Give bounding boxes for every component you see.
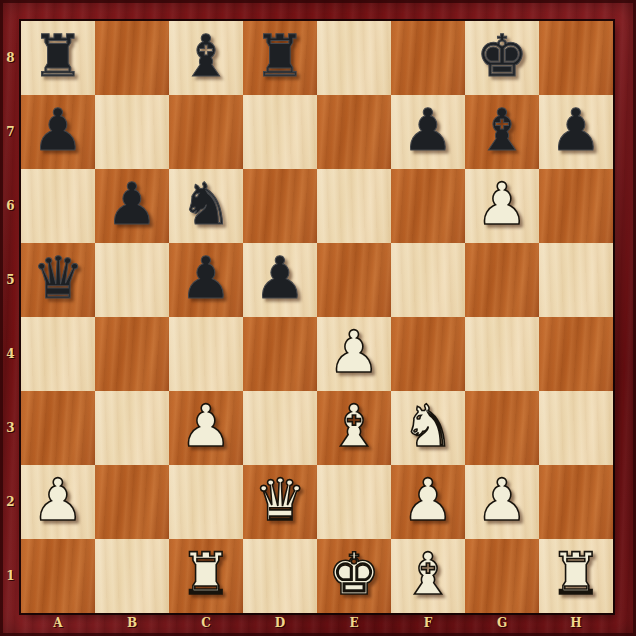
- file-label-a: A: [21, 613, 95, 636]
- square-d7[interactable]: [243, 95, 317, 169]
- square-c6[interactable]: ♞: [169, 169, 243, 243]
- piece-black-rook-d8[interactable]: ♜: [254, 19, 306, 93]
- square-b7[interactable]: [95, 95, 169, 169]
- square-f3[interactable]: ♞: [391, 391, 465, 465]
- piece-white-king-e1[interactable]: ♚: [328, 537, 380, 611]
- rank-label-6: 6: [0, 169, 21, 243]
- file-label-c: C: [169, 613, 243, 636]
- square-h1[interactable]: ♜: [539, 539, 613, 613]
- square-d2[interactable]: ♛: [243, 465, 317, 539]
- square-h5[interactable]: [539, 243, 613, 317]
- square-d3[interactable]: [243, 391, 317, 465]
- square-g7[interactable]: ♝: [465, 95, 539, 169]
- piece-black-pawn-c5[interactable]: ♟: [180, 241, 232, 315]
- chessboard-frame: ♜♝♜♚♟♟♝♟♟♞♟♛♟♟♟♟♝♞♟♛♟♟♜♚♝♜ 87654321ABCDE…: [0, 0, 636, 636]
- square-f6[interactable]: [391, 169, 465, 243]
- piece-black-pawn-a7[interactable]: ♟: [32, 93, 84, 167]
- square-h7[interactable]: ♟: [539, 95, 613, 169]
- piece-black-pawn-h7[interactable]: ♟: [550, 93, 602, 167]
- piece-black-pawn-b6[interactable]: ♟: [106, 167, 158, 241]
- rank-label-7: 7: [0, 95, 21, 169]
- rank-label-1: 1: [0, 539, 21, 613]
- piece-white-pawn-g2[interactable]: ♟: [476, 463, 528, 537]
- rank-label-5: 5: [0, 243, 21, 317]
- square-a6[interactable]: [21, 169, 95, 243]
- square-e5[interactable]: [317, 243, 391, 317]
- square-e2[interactable]: [317, 465, 391, 539]
- rank-label-4: 4: [0, 317, 21, 391]
- square-e7[interactable]: [317, 95, 391, 169]
- square-h4[interactable]: [539, 317, 613, 391]
- file-label-f: F: [391, 613, 465, 636]
- square-d4[interactable]: [243, 317, 317, 391]
- piece-black-queen-a5[interactable]: ♛: [32, 241, 84, 315]
- square-b4[interactable]: [95, 317, 169, 391]
- square-a1[interactable]: [21, 539, 95, 613]
- square-h3[interactable]: [539, 391, 613, 465]
- square-d8[interactable]: ♜: [243, 21, 317, 95]
- square-e4[interactable]: ♟: [317, 317, 391, 391]
- chessboard: ♜♝♜♚♟♟♝♟♟♞♟♛♟♟♟♟♝♞♟♛♟♟♜♚♝♜: [21, 21, 613, 613]
- file-label-g: G: [465, 613, 539, 636]
- square-h8[interactable]: [539, 21, 613, 95]
- square-e6[interactable]: [317, 169, 391, 243]
- file-label-d: D: [243, 613, 317, 636]
- file-label-e: E: [317, 613, 391, 636]
- square-e8[interactable]: [317, 21, 391, 95]
- square-f5[interactable]: [391, 243, 465, 317]
- square-g2[interactable]: ♟: [465, 465, 539, 539]
- square-f4[interactable]: [391, 317, 465, 391]
- square-d6[interactable]: [243, 169, 317, 243]
- piece-white-pawn-f2[interactable]: ♟: [402, 463, 454, 537]
- square-g1[interactable]: [465, 539, 539, 613]
- square-f1[interactable]: ♝: [391, 539, 465, 613]
- piece-black-pawn-f7[interactable]: ♟: [402, 93, 454, 167]
- square-c1[interactable]: ♜: [169, 539, 243, 613]
- square-a7[interactable]: ♟: [21, 95, 95, 169]
- square-d1[interactable]: [243, 539, 317, 613]
- square-c7[interactable]: [169, 95, 243, 169]
- square-b8[interactable]: [95, 21, 169, 95]
- square-a4[interactable]: [21, 317, 95, 391]
- square-h2[interactable]: [539, 465, 613, 539]
- piece-black-rook-a8[interactable]: ♜: [32, 19, 84, 93]
- rank-label-3: 3: [0, 391, 21, 465]
- piece-white-queen-d2[interactable]: ♛: [254, 463, 306, 537]
- square-f8[interactable]: [391, 21, 465, 95]
- square-c8[interactable]: ♝: [169, 21, 243, 95]
- square-a5[interactable]: ♛: [21, 243, 95, 317]
- square-g5[interactable]: [465, 243, 539, 317]
- rank-label-2: 2: [0, 465, 21, 539]
- file-label-h: H: [539, 613, 613, 636]
- square-a8[interactable]: ♜: [21, 21, 95, 95]
- square-b1[interactable]: [95, 539, 169, 613]
- square-c4[interactable]: [169, 317, 243, 391]
- square-f7[interactable]: ♟: [391, 95, 465, 169]
- piece-white-rook-h1[interactable]: ♜: [550, 537, 602, 611]
- square-c3[interactable]: ♟: [169, 391, 243, 465]
- square-c5[interactable]: ♟: [169, 243, 243, 317]
- square-f2[interactable]: ♟: [391, 465, 465, 539]
- file-label-b: B: [95, 613, 169, 636]
- piece-black-bishop-c8[interactable]: ♝: [180, 19, 232, 93]
- square-e3[interactable]: ♝: [317, 391, 391, 465]
- square-g8[interactable]: ♚: [465, 21, 539, 95]
- piece-black-bishop-g7[interactable]: ♝: [476, 93, 528, 167]
- square-g4[interactable]: [465, 317, 539, 391]
- square-a3[interactable]: [21, 391, 95, 465]
- piece-black-knight-c6[interactable]: ♞: [180, 167, 232, 241]
- square-b5[interactable]: [95, 243, 169, 317]
- piece-white-pawn-g6[interactable]: ♟: [476, 167, 528, 241]
- square-d5[interactable]: ♟: [243, 243, 317, 317]
- square-b6[interactable]: ♟: [95, 169, 169, 243]
- square-e1[interactable]: ♚: [317, 539, 391, 613]
- piece-black-pawn-d5[interactable]: ♟: [254, 241, 306, 315]
- square-h6[interactable]: [539, 169, 613, 243]
- square-g3[interactable]: [465, 391, 539, 465]
- piece-white-rook-c1[interactable]: ♜: [180, 537, 232, 611]
- piece-white-pawn-c3[interactable]: ♟: [180, 389, 232, 463]
- square-g6[interactable]: ♟: [465, 169, 539, 243]
- piece-white-knight-f3[interactable]: ♞: [402, 389, 454, 463]
- square-b2[interactable]: [95, 465, 169, 539]
- piece-black-king-g8[interactable]: ♚: [476, 19, 528, 93]
- piece-white-pawn-a2[interactable]: ♟: [32, 463, 84, 537]
- square-b3[interactable]: [95, 391, 169, 465]
- piece-white-bishop-e3[interactable]: ♝: [328, 389, 380, 463]
- rank-label-8: 8: [0, 21, 21, 95]
- piece-white-bishop-f1[interactable]: ♝: [402, 537, 454, 611]
- square-a2[interactable]: ♟: [21, 465, 95, 539]
- piece-white-pawn-e4[interactable]: ♟: [328, 315, 380, 389]
- square-c2[interactable]: [169, 465, 243, 539]
